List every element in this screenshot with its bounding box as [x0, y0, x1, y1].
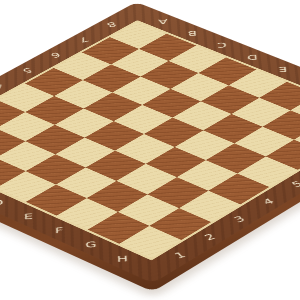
board-photo: ABCDEFGH ABCDEFGH 87654321 87654321	[0, 0, 300, 300]
